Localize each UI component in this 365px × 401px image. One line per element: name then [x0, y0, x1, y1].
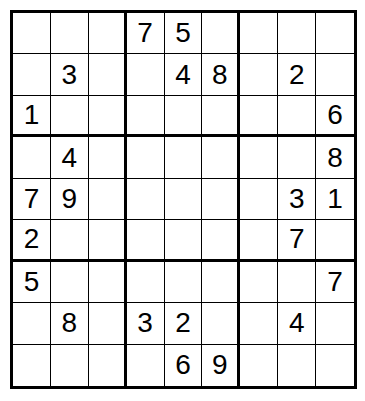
cell-r2c6: 8 [202, 54, 240, 95]
cell-r2c1[interactable] [13, 54, 51, 95]
cell-r6c9[interactable] [316, 220, 354, 261]
cell-r5c3[interactable] [89, 179, 127, 220]
cell-r8c1[interactable] [13, 303, 51, 344]
cell-r9c8[interactable] [278, 345, 316, 386]
cell-r5c9: 1 [316, 179, 354, 220]
cell-r5c6[interactable] [202, 179, 240, 220]
cell-r7c6[interactable] [202, 262, 240, 303]
cell-r9c4[interactable] [127, 345, 165, 386]
cell-r2c8: 2 [278, 54, 316, 95]
cell-r1c2[interactable] [51, 13, 89, 54]
cell-r8c8: 4 [278, 303, 316, 344]
cell-r7c9: 7 [316, 262, 354, 303]
cell-r1c6[interactable] [202, 13, 240, 54]
sudoku-board: 753482164879312757832469 [10, 10, 357, 389]
cell-r3c5[interactable] [165, 96, 203, 137]
cell-r5c2: 9 [51, 179, 89, 220]
cell-r9c2[interactable] [51, 345, 89, 386]
cell-r2c2: 3 [51, 54, 89, 95]
cell-r9c5: 6 [165, 345, 203, 386]
cell-r7c2[interactable] [51, 262, 89, 303]
cell-r2c7[interactable] [240, 54, 278, 95]
cell-r1c9[interactable] [316, 13, 354, 54]
cell-r9c9[interactable] [316, 345, 354, 386]
cell-r1c7[interactable] [240, 13, 278, 54]
cell-r3c9: 6 [316, 96, 354, 137]
cell-r6c6[interactable] [202, 220, 240, 261]
cell-r6c2[interactable] [51, 220, 89, 261]
cell-r1c8[interactable] [278, 13, 316, 54]
cell-r3c2[interactable] [51, 96, 89, 137]
cell-r4c3[interactable] [89, 137, 127, 178]
cell-r5c1: 7 [13, 179, 51, 220]
cell-r6c3[interactable] [89, 220, 127, 261]
cell-r3c7[interactable] [240, 96, 278, 137]
cell-r1c1[interactable] [13, 13, 51, 54]
cell-r7c5[interactable] [165, 262, 203, 303]
cell-r5c4[interactable] [127, 179, 165, 220]
cell-r9c1[interactable] [13, 345, 51, 386]
cell-r7c4[interactable] [127, 262, 165, 303]
cell-r8c2: 8 [51, 303, 89, 344]
cell-r7c3[interactable] [89, 262, 127, 303]
cell-r6c7[interactable] [240, 220, 278, 261]
cell-r5c8: 3 [278, 179, 316, 220]
cell-r8c9[interactable] [316, 303, 354, 344]
cell-r8c6[interactable] [202, 303, 240, 344]
cell-r7c7[interactable] [240, 262, 278, 303]
cell-r3c1: 1 [13, 96, 51, 137]
cell-r9c7[interactable] [240, 345, 278, 386]
cell-r3c6[interactable] [202, 96, 240, 137]
cell-r6c4[interactable] [127, 220, 165, 261]
cell-r6c1: 2 [13, 220, 51, 261]
cell-r6c5[interactable] [165, 220, 203, 261]
cell-r1c5: 5 [165, 13, 203, 54]
cell-r4c7[interactable] [240, 137, 278, 178]
cell-r8c3[interactable] [89, 303, 127, 344]
cell-r2c9[interactable] [316, 54, 354, 95]
cell-r3c3[interactable] [89, 96, 127, 137]
cell-r4c1[interactable] [13, 137, 51, 178]
cell-r4c9: 8 [316, 137, 354, 178]
cell-r4c4[interactable] [127, 137, 165, 178]
cell-r5c7[interactable] [240, 179, 278, 220]
cell-r4c5[interactable] [165, 137, 203, 178]
cell-r9c3[interactable] [89, 345, 127, 386]
cell-r7c8[interactable] [278, 262, 316, 303]
cell-r4c8[interactable] [278, 137, 316, 178]
cell-r7c1: 5 [13, 262, 51, 303]
cell-r8c7[interactable] [240, 303, 278, 344]
cell-r4c2: 4 [51, 137, 89, 178]
cell-r2c3[interactable] [89, 54, 127, 95]
cell-r1c4: 7 [127, 13, 165, 54]
cell-r5c5[interactable] [165, 179, 203, 220]
cell-r4c6[interactable] [202, 137, 240, 178]
cell-r8c5: 2 [165, 303, 203, 344]
cell-r1c3[interactable] [89, 13, 127, 54]
cell-r3c4[interactable] [127, 96, 165, 137]
cell-r9c6: 9 [202, 345, 240, 386]
cell-r6c8: 7 [278, 220, 316, 261]
cell-r3c8[interactable] [278, 96, 316, 137]
cell-r8c4: 3 [127, 303, 165, 344]
cell-r2c4[interactable] [127, 54, 165, 95]
cell-r2c5: 4 [165, 54, 203, 95]
